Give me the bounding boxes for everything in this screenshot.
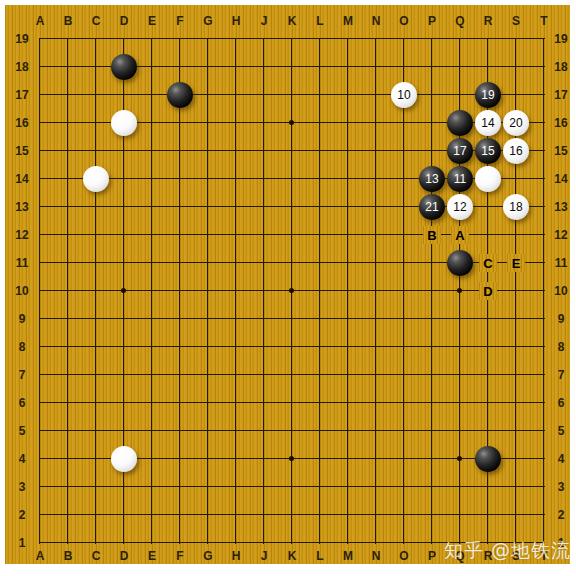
intersection [502,25,530,53]
intersection [418,305,446,333]
intersection [250,249,278,277]
intersection [530,389,558,417]
intersection [390,25,418,53]
intersection [82,389,110,417]
intersection [138,165,166,193]
intersection [390,137,418,165]
intersection [502,305,530,333]
intersection [278,445,306,473]
intersection [194,389,222,417]
intersection [82,361,110,389]
intersection [54,417,82,445]
intersection [334,249,362,277]
intersection [474,501,502,529]
intersection: B [418,221,446,249]
intersection [54,81,82,109]
intersection [390,277,418,305]
intersection [306,389,334,417]
intersection: D [474,277,502,305]
intersection [306,417,334,445]
intersection [502,221,530,249]
intersection [306,333,334,361]
intersection [110,305,138,333]
intersection [278,473,306,501]
black-stone: 19 [475,82,501,108]
intersection [334,165,362,193]
intersection [446,109,474,137]
intersection [194,81,222,109]
intersection [278,305,306,333]
intersection [306,221,334,249]
intersection [390,221,418,249]
point-mark-E: E [507,254,525,272]
intersection [250,529,278,557]
intersection [418,445,446,473]
intersection [362,277,390,305]
intersection [26,193,54,221]
intersection [362,193,390,221]
intersection [278,221,306,249]
intersection: 15 [474,137,502,165]
intersection [334,25,362,53]
intersection [194,165,222,193]
intersection [82,417,110,445]
go-diagram: ABCDEFGHJKLMNOPQRST ABCDEFGHJKLMNOPQRST … [0,0,576,576]
intersection [502,53,530,81]
intersection [250,389,278,417]
intersection [446,53,474,81]
intersection [502,417,530,445]
intersection [390,193,418,221]
intersection: 12 [446,193,474,221]
intersection [54,445,82,473]
intersection [26,417,54,445]
intersection [474,389,502,417]
intersection: 21 [418,193,446,221]
intersection [334,333,362,361]
intersection [110,137,138,165]
intersection [222,501,250,529]
intersection [222,53,250,81]
intersection: A [446,221,474,249]
intersection [306,473,334,501]
intersection [530,445,558,473]
intersection [138,501,166,529]
intersection [54,109,82,137]
intersection [306,165,334,193]
intersection [110,417,138,445]
intersection [82,137,110,165]
white-stone: 20 [503,110,529,136]
intersection [278,501,306,529]
intersection [362,333,390,361]
intersection [390,109,418,137]
intersection [530,305,558,333]
intersection [250,333,278,361]
black-stone: 15 [475,138,501,164]
intersection [222,389,250,417]
intersection [306,361,334,389]
intersection [54,333,82,361]
intersection [166,193,194,221]
intersection [54,193,82,221]
intersection [446,333,474,361]
intersection [530,165,558,193]
intersection [222,249,250,277]
intersection [54,25,82,53]
intersection [166,137,194,165]
intersection [82,165,110,193]
intersection [26,333,54,361]
intersection [54,501,82,529]
intersection [222,473,250,501]
intersection [306,445,334,473]
intersection [166,473,194,501]
intersection [82,501,110,529]
intersection [166,249,194,277]
intersection [166,109,194,137]
intersection [110,333,138,361]
intersection [54,277,82,305]
intersection [474,417,502,445]
intersection [530,109,558,137]
intersection [390,417,418,445]
intersection: 11 [446,165,474,193]
intersection [110,165,138,193]
intersection [334,137,362,165]
intersection [278,417,306,445]
intersection [334,529,362,557]
intersection [502,445,530,473]
intersection [26,221,54,249]
intersection [390,165,418,193]
intersection [166,81,194,109]
intersection [110,361,138,389]
white-stone: 16 [503,138,529,164]
intersection: 13 [418,165,446,193]
intersection [362,81,390,109]
intersection [110,81,138,109]
intersection [166,305,194,333]
intersection [418,333,446,361]
intersection [54,53,82,81]
intersection [138,529,166,557]
intersection [418,81,446,109]
intersection [530,249,558,277]
intersection [446,305,474,333]
intersection [334,361,362,389]
intersection [138,193,166,221]
point-mark-C: C [479,254,497,272]
intersection [418,501,446,529]
point-mark-D: D [479,282,497,300]
intersection [166,361,194,389]
intersection [446,249,474,277]
intersection [502,277,530,305]
intersection [82,221,110,249]
intersection [390,389,418,417]
intersection [82,305,110,333]
intersection: 20 [502,109,530,137]
intersection [362,53,390,81]
intersection [222,277,250,305]
intersection [334,81,362,109]
intersection [334,445,362,473]
intersection [362,417,390,445]
intersection [278,81,306,109]
intersection [250,501,278,529]
intersection [390,249,418,277]
intersection [26,305,54,333]
intersection [194,221,222,249]
intersection [362,473,390,501]
intersection [222,417,250,445]
intersection [138,361,166,389]
move-number: 11 [454,173,466,185]
intersection [530,137,558,165]
intersection [502,333,530,361]
intersection [334,417,362,445]
intersection [26,137,54,165]
intersection [250,277,278,305]
intersection [306,193,334,221]
move-number: 13 [425,173,438,185]
intersection [26,109,54,137]
intersection [362,221,390,249]
intersection [250,361,278,389]
intersection [334,109,362,137]
intersection [166,389,194,417]
intersection [194,25,222,53]
point-mark-B: B [423,226,441,244]
intersection [138,249,166,277]
intersection [82,445,110,473]
intersection [26,249,54,277]
intersection [138,53,166,81]
intersection [194,277,222,305]
intersection [54,529,82,557]
intersection [222,361,250,389]
intersection [54,473,82,501]
intersection [54,305,82,333]
intersection [26,445,54,473]
white-stone [111,110,137,136]
intersection [306,81,334,109]
intersection [306,137,334,165]
intersection [166,445,194,473]
intersection: 19 [474,81,502,109]
black-stone [167,82,193,108]
move-number: 12 [453,201,466,213]
intersection [110,529,138,557]
intersection [26,277,54,305]
move-number: 15 [481,145,494,157]
intersection [82,529,110,557]
intersection [390,305,418,333]
intersection [54,165,82,193]
intersection [278,277,306,305]
intersection [278,165,306,193]
intersection [250,221,278,249]
intersection [446,81,474,109]
intersection [418,361,446,389]
intersection [82,193,110,221]
intersection [418,417,446,445]
intersection [334,53,362,81]
intersection [474,333,502,361]
intersection [194,249,222,277]
intersection [446,473,474,501]
intersection [26,529,54,557]
intersection [166,53,194,81]
intersection [306,529,334,557]
intersection [110,473,138,501]
intersection [166,25,194,53]
intersection [362,445,390,473]
intersection [474,361,502,389]
intersection [334,221,362,249]
intersection [166,501,194,529]
intersection [362,25,390,53]
intersection [110,53,138,81]
intersection [474,165,502,193]
intersection [222,25,250,53]
intersection [54,137,82,165]
intersection [138,109,166,137]
intersection [306,109,334,137]
intersection [334,473,362,501]
intersection [278,193,306,221]
intersection [250,417,278,445]
intersection [250,305,278,333]
intersection [502,389,530,417]
move-number: 21 [425,201,438,213]
intersection [138,445,166,473]
intersection [82,25,110,53]
intersection [222,165,250,193]
intersection [54,389,82,417]
intersection [166,417,194,445]
white-stone [111,446,137,472]
intersection [474,473,502,501]
intersection [110,389,138,417]
white-stone: 14 [475,110,501,136]
intersection [110,193,138,221]
white-stone [475,166,501,192]
intersection [166,221,194,249]
intersection [166,165,194,193]
intersection [362,137,390,165]
intersection [334,193,362,221]
intersection [530,333,558,361]
intersection [250,193,278,221]
intersection [474,221,502,249]
intersection [334,277,362,305]
intersection [418,529,446,557]
intersection [138,221,166,249]
intersection [26,501,54,529]
intersection [502,361,530,389]
intersection [194,305,222,333]
intersection [194,137,222,165]
intersection [278,389,306,417]
intersection [138,277,166,305]
intersection [222,445,250,473]
intersection [194,53,222,81]
intersection [306,501,334,529]
intersection [194,501,222,529]
intersection [250,53,278,81]
intersection [362,109,390,137]
intersection [82,277,110,305]
intersection [26,81,54,109]
intersection [138,389,166,417]
intersection [530,501,558,529]
intersection [418,137,446,165]
intersection [306,25,334,53]
intersection [250,445,278,473]
intersection [278,249,306,277]
intersection [26,53,54,81]
intersection [474,25,502,53]
intersection [138,473,166,501]
intersection [222,193,250,221]
intersection [222,137,250,165]
intersection [138,417,166,445]
intersection [222,221,250,249]
intersection [110,109,138,137]
go-board-background: ABCDEFGHJKLMNOPQRST ABCDEFGHJKLMNOPQRST … [5,5,570,564]
intersection [54,249,82,277]
intersection: 17 [446,137,474,165]
intersection [474,445,502,473]
intersection [54,221,82,249]
intersection [306,305,334,333]
intersection [110,445,138,473]
intersection [110,221,138,249]
intersection [82,333,110,361]
intersection [26,361,54,389]
intersection [26,25,54,53]
intersection [362,529,390,557]
intersection [418,53,446,81]
intersection [474,53,502,81]
intersection [166,333,194,361]
intersection [194,333,222,361]
intersection [502,165,530,193]
point-mark-A: A [451,226,469,244]
intersection [418,389,446,417]
intersection [418,25,446,53]
intersection [530,277,558,305]
black-stone: 13 [419,166,445,192]
intersection [194,109,222,137]
intersection [222,333,250,361]
black-stone: 17 [447,138,473,164]
intersection [194,361,222,389]
watermark: 知乎 @地铁流 [444,538,571,564]
intersection: C [474,249,502,277]
intersection [362,389,390,417]
intersection [278,53,306,81]
intersection [110,277,138,305]
intersection [362,501,390,529]
intersection [390,361,418,389]
black-stone [447,250,473,276]
intersection [278,361,306,389]
intersection [250,165,278,193]
intersection [194,473,222,501]
